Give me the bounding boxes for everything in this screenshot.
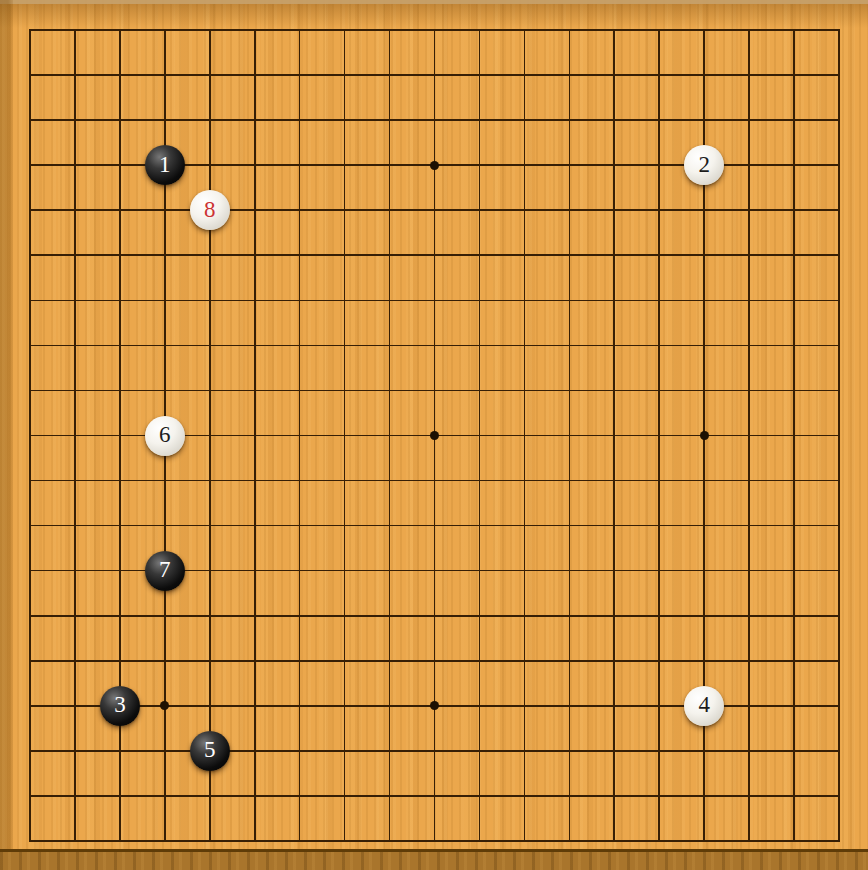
grid-line-vertical <box>793 29 795 842</box>
stone-move-6: 6 <box>145 416 185 456</box>
grid-line-vertical <box>658 29 660 842</box>
grid-line-horizontal <box>29 750 840 752</box>
stone-number: 2 <box>698 153 710 176</box>
grid-line-horizontal <box>29 840 840 842</box>
grid-line-vertical <box>569 29 571 842</box>
grid-line-horizontal <box>29 795 840 797</box>
grid-line-vertical <box>479 29 481 842</box>
stone-move-4: 4 <box>684 686 724 726</box>
go-board-window: 12345678 <box>0 0 868 870</box>
grid-line-vertical <box>748 29 750 842</box>
stone-number: 4 <box>698 693 710 716</box>
stone-move-3: 3 <box>100 686 140 726</box>
stone-move-1: 1 <box>145 145 185 185</box>
go-board[interactable]: 12345678 <box>0 0 868 870</box>
stone-number: 3 <box>114 693 126 716</box>
grid-line-horizontal <box>29 615 840 617</box>
grid-line-vertical <box>838 29 840 842</box>
star-point <box>700 431 709 440</box>
stone-move-2: 2 <box>684 145 724 185</box>
stone-number: 5 <box>204 738 216 761</box>
star-point <box>430 701 439 710</box>
grid-line-vertical <box>524 29 526 842</box>
stone-number: 8 <box>204 198 216 221</box>
grid-line-horizontal <box>29 525 840 527</box>
star-point <box>160 701 169 710</box>
star-point <box>430 161 439 170</box>
stone-move-8-last-move: 8 <box>190 190 230 230</box>
grid-line-vertical <box>613 29 615 842</box>
grid-line-horizontal <box>29 660 840 662</box>
stone-move-5: 5 <box>190 731 230 771</box>
stone-move-7: 7 <box>145 551 185 591</box>
stone-number: 6 <box>159 423 171 446</box>
stone-number: 7 <box>159 558 171 581</box>
stone-number: 1 <box>159 153 171 176</box>
star-point <box>430 431 439 440</box>
grid-line-horizontal <box>29 480 840 482</box>
